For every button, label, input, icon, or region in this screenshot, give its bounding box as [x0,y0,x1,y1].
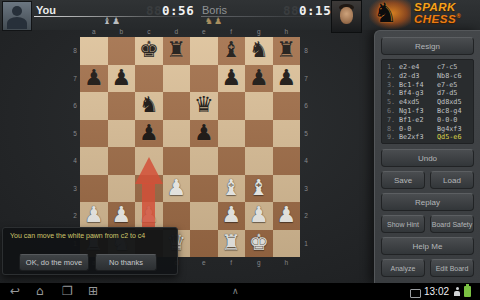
black-player-avatar[interactable] [331,0,362,33]
white-player-avatar[interactable] [2,1,32,31]
hint-arrow-shaft [142,183,155,228]
square-b6[interactable] [108,92,136,120]
black-bishop: ♝ [218,37,246,65]
white-pawn: ♟ [273,202,301,230]
move-row[interactable]: 5.e4xd5Qd8xd5 [387,98,473,107]
black-move: Bg4xf3 [437,125,473,134]
white-move: e4xd5 [399,98,437,107]
square-a2[interactable]: ♟ [80,202,108,230]
rank-label: 8 [302,37,310,65]
square-f1[interactable]: ♜ [218,230,246,258]
move-number: 4. [387,89,399,98]
home-icon[interactable]: ⌂ [36,284,44,299]
edit-board-button[interactable]: Edit Board [430,259,474,277]
square-g5[interactable] [245,120,273,148]
move-row[interactable]: 1.e2-e4c7-c5 [387,63,473,72]
move-number: 8. [387,125,399,134]
white-move: d2-d3 [399,72,437,81]
white-clock-time: 0:56 [162,3,194,18]
black-move: e7-e5 [437,81,473,90]
black-captured-tray: ♞♟ [205,17,223,26]
black-move: Qd8xd5 [437,98,473,107]
white-bishop: ♝ [245,175,273,203]
move-row[interactable]: 2.d2-d3Nb8-c6 [387,72,473,81]
square-f7[interactable]: ♟ [218,65,246,93]
white-move: Bf4-g3 [399,89,437,98]
move-row[interactable]: 3.Bc1-f4e7-e5 [387,81,473,90]
file-label: a [80,28,108,36]
file-label: f [218,28,246,36]
square-h1[interactable] [273,230,301,258]
rank-label: 7 [71,65,79,93]
rank-label: 8 [71,37,79,65]
status-clock: 13:02 [424,286,449,297]
file-label: b [108,28,136,36]
white-clock: 880:56 [146,3,194,18]
rank-label: 5 [302,120,310,148]
move-row[interactable]: 9.Be2xf3Qd5-e6 [387,133,473,142]
move-number: 6. [387,107,399,116]
square-b7[interactable]: ♟ [108,65,136,93]
rank-label: 2 [71,202,79,230]
file-label: e [190,28,218,36]
square-a4[interactable] [80,147,108,175]
move-number: 2. [387,72,399,81]
square-a6[interactable] [80,92,108,120]
sparkchess-app: You ♝♟ 880:56 Boris ♞♟ 880:15 ♞ SPARK CH… [0,0,480,300]
rank-label: 6 [71,92,79,120]
file-label: g [245,28,273,36]
black-pawn: ♟ [80,65,108,93]
rank-labels-right: 87654321 [302,37,310,257]
square-d7[interactable] [163,65,191,93]
screenshot-icon[interactable]: ⊞ [88,284,98,299]
black-move: Nb8-c6 [437,72,473,81]
logo-chess-word: CHESS [414,13,456,25]
square-d6[interactable] [163,92,191,120]
white-pawn: ♟ [163,175,191,203]
back-icon[interactable]: ↩ [10,284,20,299]
black-knight: ♞ [245,37,273,65]
android-nav-bar: ↩ ⌂ ❐ ⊞ ∧ 13:02 [0,283,480,300]
no-thanks-button[interactable]: No thanks [95,254,157,271]
move-number: 3. [387,81,399,90]
rank-label: 5 [71,120,79,148]
square-h8[interactable]: ♜ [273,37,301,65]
move-number: 7. [387,116,399,125]
square-b8[interactable] [108,37,136,65]
undo-button[interactable]: Undo [381,149,474,167]
white-pawn: ♟ [108,202,136,230]
square-f3[interactable]: ♝ [218,175,246,203]
square-h2[interactable]: ♟ [273,202,301,230]
square-e3[interactable] [190,175,218,203]
black-rook: ♜ [163,37,191,65]
square-a5[interactable] [80,120,108,148]
resign-button[interactable]: Resign [381,37,474,55]
file-label: g [245,259,273,267]
square-b2[interactable]: ♟ [108,202,136,230]
square-g3[interactable]: ♝ [245,175,273,203]
square-b4[interactable] [108,147,136,175]
move-row[interactable]: 6.Ng1-f3Bc8-g4 [387,107,473,116]
black-king: ♚ [135,37,163,65]
chess-board[interactable]: ♚♜♝♞♜♟♟♟♟♟♞♛♟♟♟♝♝♟♟♟♟♟♟♜♞♛♜♚ [80,37,300,257]
square-b5[interactable] [108,120,136,148]
square-b3[interactable] [108,175,136,203]
square-f4[interactable] [218,147,246,175]
move-list[interactable]: 1.e2-e4c7-c52.d2-d3Nb8-c63.Bc1-f4e7-e54.… [381,59,474,144]
person-icon-body [454,291,460,296]
square-g7[interactable]: ♟ [245,65,273,93]
square-h6[interactable] [273,92,301,120]
replay-button[interactable]: Replay [381,193,474,211]
file-label: c [135,28,163,36]
black-move: c7-c5 [437,63,473,72]
game-sidebar: Resign 1.e2-e4c7-c52.d2-d3Nb8-c63.Bc1-f4… [374,30,480,283]
square-h3[interactable] [273,175,301,203]
square-e7[interactable] [190,65,218,93]
square-h4[interactable] [273,147,301,175]
square-c7[interactable] [135,65,163,93]
square-f5[interactable] [218,120,246,148]
black-pawn: ♟ [245,65,273,93]
registered-mark: ® [456,13,461,19]
square-e4[interactable] [190,147,218,175]
file-label: h [273,259,301,267]
square-e5[interactable]: ♟ [190,120,218,148]
move-number: 9. [387,133,399,142]
square-h7[interactable]: ♟ [273,65,301,93]
black-player-name: Boris [202,4,227,16]
black-move: Qd5-e6 [437,133,473,142]
black-pawn: ♟ [108,65,136,93]
move-row[interactable]: 8.0-0Bg4xf3 [387,125,473,134]
file-label: e [190,259,218,267]
rank-label: 4 [302,147,310,175]
move-number: 5. [387,98,399,107]
avatar-photo-face [340,7,353,24]
hint-tooltip: You can move the white pawn from c2 to c… [2,227,178,275]
rank-labels-left: 87654321 [71,37,79,257]
black-clock: 880:15 [283,3,331,18]
hint-tooltip-text: You can move the white pawn from c2 to c… [10,232,145,239]
square-c5[interactable]: ♟ [135,120,163,148]
square-e2[interactable] [190,202,218,230]
rank-label: 6 [302,92,310,120]
person-icon-head [456,287,459,290]
square-e1[interactable] [190,230,218,258]
analyze-button[interactable]: Analyze [381,259,425,277]
square-d4[interactable] [163,147,191,175]
black-queen: ♛ [190,92,218,120]
avatar-silhouette-head [12,6,22,16]
square-a3[interactable] [80,175,108,203]
recent-apps-icon[interactable]: ❐ [62,284,73,299]
board-safety-button[interactable]: Board Safety [430,215,474,233]
black-move: 0-0-0 [437,116,473,125]
rank-label: 3 [302,175,310,203]
show-hint-button[interactable]: Show Hint [381,215,425,233]
file-label: d [163,28,191,36]
white-move: Bc1-f4 [399,81,437,90]
rank-label: 2 [302,202,310,230]
white-move: 0-0 [399,125,437,134]
rank-label: 3 [71,175,79,203]
black-pawn: ♟ [190,120,218,148]
move-number: 1. [387,63,399,72]
load-button[interactable]: Load [430,171,474,189]
white-pawn: ♟ [80,202,108,230]
square-d5[interactable] [163,120,191,148]
square-g8[interactable]: ♞ [245,37,273,65]
avatar-silhouette-torso [7,17,27,29]
white-king: ♚ [245,230,273,258]
logo-chess-text: CHESS® [414,13,461,25]
white-move: e2-e4 [399,63,437,72]
status-person-icon [454,287,460,296]
black-clock-ghost: 88 [283,3,299,18]
move-row[interactable]: 7.Bf1-e20-0-0 [387,116,473,125]
black-rook: ♜ [273,37,301,65]
file-label: h [273,28,301,36]
white-captured-tray: ♝♟ [103,17,121,26]
black-move: Bc8-g4 [437,107,473,116]
black-pawn: ♟ [218,65,246,93]
square-c6[interactable]: ♞ [135,92,163,120]
white-bishop: ♝ [218,175,246,203]
rank-label: 4 [71,147,79,175]
file-label: f [218,259,246,267]
square-d8[interactable]: ♜ [163,37,191,65]
square-g2[interactable]: ♟ [245,202,273,230]
white-rook: ♜ [218,230,246,258]
white-pawn: ♟ [245,202,273,230]
white-move: Ng1-f3 [399,107,437,116]
move-row[interactable]: 4.Bf4-g3d7-d5 [387,89,473,98]
hint-arrow-head [135,157,163,184]
square-e8[interactable] [190,37,218,65]
battery-icon [464,286,471,297]
square-g4[interactable] [245,147,273,175]
status-media-icon [410,289,421,298]
black-move: d7-d5 [437,89,473,98]
white-pawn: ♟ [218,202,246,230]
black-clock-time: 0:15 [299,3,331,18]
logo-spark-text: SPARK [414,1,456,13]
square-g6[interactable] [245,92,273,120]
file-labels-top: abcdefgh [80,28,300,36]
save-button[interactable]: Save [381,171,425,189]
square-e6[interactable]: ♛ [190,92,218,120]
square-h5[interactable] [273,120,301,148]
black-knight: ♞ [135,92,163,120]
help-me-button[interactable]: Help Me [381,237,474,255]
ok-do-move-button[interactable]: OK, do the move [19,254,89,271]
square-f2[interactable]: ♟ [218,202,246,230]
square-a7[interactable]: ♟ [80,65,108,93]
square-a8[interactable] [80,37,108,65]
white-clock-ghost: 88 [146,3,162,18]
player-bar: You ♝♟ 880:56 Boris ♞♟ 880:15 ♞ SPARK CH… [0,0,480,30]
square-f8[interactable]: ♝ [218,37,246,65]
white-player-name: You [36,4,56,16]
white-move: Be2xf3 [399,133,437,142]
black-pawn: ♟ [135,120,163,148]
square-d3[interactable]: ♟ [163,175,191,203]
expand-caret-icon[interactable]: ∧ [232,284,239,299]
rank-label: 1 [302,230,310,258]
knight-logo-icon: ♞ [373,0,397,28]
black-pawn: ♟ [273,65,301,93]
square-g1[interactable]: ♚ [245,230,273,258]
square-d2[interactable] [163,202,191,230]
square-f6[interactable] [218,92,246,120]
rank-label: 7 [302,65,310,93]
white-move: Bf1-e2 [399,116,437,125]
square-c8[interactable]: ♚ [135,37,163,65]
